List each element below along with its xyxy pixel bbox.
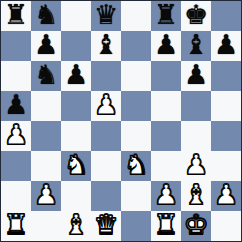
square-h2[interactable]: ♟ bbox=[211, 181, 241, 211]
square-a4[interactable]: ♟ bbox=[1, 121, 31, 151]
white-pawn-a4[interactable]: ♟ bbox=[4, 121, 28, 150]
white-pawn-g3[interactable]: ♟ bbox=[184, 151, 208, 180]
white-bishop-c1[interactable]: ♝ bbox=[64, 211, 88, 240]
black-knight-b6[interactable]: ♞ bbox=[34, 61, 58, 90]
square-e1[interactable] bbox=[121, 211, 151, 241]
black-pawn-b7[interactable]: ♟ bbox=[34, 31, 58, 60]
white-queen-d1[interactable]: ♛ bbox=[94, 211, 118, 240]
black-pawn-h7[interactable]: ♟ bbox=[214, 31, 238, 60]
black-queen-d8[interactable]: ♛ bbox=[94, 1, 118, 30]
chess-app-window: ♜♞♛♜♚♟♝♟♝♟♞♟♟♟♟♟♞♞♟♟♟♝♟♜♝♛♜♚ bbox=[0, 0, 242, 242]
white-king-g1[interactable]: ♚ bbox=[184, 211, 208, 240]
square-g5[interactable] bbox=[181, 91, 211, 121]
square-d2[interactable] bbox=[91, 181, 121, 211]
square-b5[interactable] bbox=[31, 91, 61, 121]
square-d5[interactable]: ♟ bbox=[91, 91, 121, 121]
black-pawn-g6[interactable]: ♟ bbox=[184, 61, 208, 90]
square-c2[interactable] bbox=[61, 181, 91, 211]
white-pawn-b2[interactable]: ♟ bbox=[34, 181, 58, 210]
square-b7[interactable]: ♟ bbox=[31, 31, 61, 61]
square-c5[interactable] bbox=[61, 91, 91, 121]
black-rook-a8[interactable]: ♜ bbox=[4, 1, 28, 30]
square-a2[interactable] bbox=[1, 181, 31, 211]
square-e6[interactable] bbox=[121, 61, 151, 91]
black-bishop-g7[interactable]: ♝ bbox=[184, 31, 208, 60]
black-pawn-a5[interactable]: ♟ bbox=[4, 91, 28, 120]
square-f7[interactable]: ♟ bbox=[151, 31, 181, 61]
white-pawn-h2[interactable]: ♟ bbox=[214, 181, 238, 210]
square-g7[interactable]: ♝ bbox=[181, 31, 211, 61]
square-a1[interactable]: ♜ bbox=[1, 211, 31, 241]
white-bishop-g2[interactable]: ♝ bbox=[184, 181, 208, 210]
square-g4[interactable] bbox=[181, 121, 211, 151]
square-e8[interactable] bbox=[121, 1, 151, 31]
square-b8[interactable]: ♞ bbox=[31, 1, 61, 31]
square-f3[interactable] bbox=[151, 151, 181, 181]
square-e5[interactable] bbox=[121, 91, 151, 121]
square-f8[interactable]: ♜ bbox=[151, 1, 181, 31]
square-h5[interactable] bbox=[211, 91, 241, 121]
white-rook-f1[interactable]: ♜ bbox=[154, 211, 178, 240]
square-g8[interactable]: ♚ bbox=[181, 1, 211, 31]
square-b2[interactable]: ♟ bbox=[31, 181, 61, 211]
square-f1[interactable]: ♜ bbox=[151, 211, 181, 241]
black-rook-f8[interactable]: ♜ bbox=[154, 1, 178, 30]
square-g6[interactable]: ♟ bbox=[181, 61, 211, 91]
square-h4[interactable] bbox=[211, 121, 241, 151]
square-b6[interactable]: ♞ bbox=[31, 61, 61, 91]
black-knight-b8[interactable]: ♞ bbox=[34, 1, 58, 30]
square-d4[interactable] bbox=[91, 121, 121, 151]
square-a8[interactable]: ♜ bbox=[1, 1, 31, 31]
square-f5[interactable] bbox=[151, 91, 181, 121]
square-e7[interactable] bbox=[121, 31, 151, 61]
square-f4[interactable] bbox=[151, 121, 181, 151]
white-pawn-f2[interactable]: ♟ bbox=[154, 181, 178, 210]
square-d3[interactable] bbox=[91, 151, 121, 181]
square-c3[interactable]: ♞ bbox=[61, 151, 91, 181]
square-c7[interactable] bbox=[61, 31, 91, 61]
square-a6[interactable] bbox=[1, 61, 31, 91]
square-f2[interactable]: ♟ bbox=[151, 181, 181, 211]
square-h1[interactable] bbox=[211, 211, 241, 241]
square-h7[interactable]: ♟ bbox=[211, 31, 241, 61]
white-knight-e3[interactable]: ♞ bbox=[124, 151, 148, 180]
square-e4[interactable] bbox=[121, 121, 151, 151]
square-d7[interactable]: ♝ bbox=[91, 31, 121, 61]
square-h8[interactable] bbox=[211, 1, 241, 31]
square-a7[interactable] bbox=[1, 31, 31, 61]
square-d8[interactable]: ♛ bbox=[91, 1, 121, 31]
square-h6[interactable] bbox=[211, 61, 241, 91]
square-c4[interactable] bbox=[61, 121, 91, 151]
square-c8[interactable] bbox=[61, 1, 91, 31]
square-b1[interactable] bbox=[31, 211, 61, 241]
square-e3[interactable]: ♞ bbox=[121, 151, 151, 181]
square-c1[interactable]: ♝ bbox=[61, 211, 91, 241]
square-d1[interactable]: ♛ bbox=[91, 211, 121, 241]
chess-board: ♜♞♛♜♚♟♝♟♝♟♞♟♟♟♟♟♞♞♟♟♟♝♟♜♝♛♜♚ bbox=[0, 0, 242, 242]
square-h3[interactable] bbox=[211, 151, 241, 181]
square-g3[interactable]: ♟ bbox=[181, 151, 211, 181]
square-g2[interactable]: ♝ bbox=[181, 181, 211, 211]
square-e2[interactable] bbox=[121, 181, 151, 211]
black-pawn-f7[interactable]: ♟ bbox=[154, 31, 178, 60]
black-pawn-c6[interactable]: ♟ bbox=[64, 61, 88, 90]
square-f6[interactable] bbox=[151, 61, 181, 91]
white-knight-c3[interactable]: ♞ bbox=[64, 151, 88, 180]
black-bishop-d7[interactable]: ♝ bbox=[94, 31, 118, 60]
black-king-g8[interactable]: ♚ bbox=[184, 1, 208, 30]
square-b4[interactable] bbox=[31, 121, 61, 151]
square-b3[interactable] bbox=[31, 151, 61, 181]
white-rook-a1[interactable]: ♜ bbox=[4, 211, 28, 240]
square-c6[interactable]: ♟ bbox=[61, 61, 91, 91]
square-a5[interactable]: ♟ bbox=[1, 91, 31, 121]
square-a3[interactable] bbox=[1, 151, 31, 181]
square-g1[interactable]: ♚ bbox=[181, 211, 211, 241]
square-d6[interactable] bbox=[91, 61, 121, 91]
white-pawn-d5[interactable]: ♟ bbox=[94, 91, 118, 120]
